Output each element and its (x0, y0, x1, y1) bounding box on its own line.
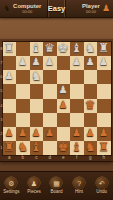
square-c6[interactable]: ♞ (30, 70, 44, 84)
bottom-toolbar: ⚙Settings♟Pieces▦Board?Hint↶Undo (0, 171, 113, 200)
square-d1[interactable] (43, 141, 57, 155)
square-b2[interactable]: ♟ (16, 127, 30, 141)
square-c7[interactable]: ♟ (30, 56, 44, 70)
square-e5[interactable]: ♟ (57, 84, 71, 98)
toolbar-label: Hint (75, 190, 83, 195)
piece-white-pawn[interactable]: ♟ (72, 128, 81, 138)
square-c8[interactable]: ♝ (30, 42, 44, 56)
square-f6[interactable] (70, 70, 84, 84)
difficulty-label: Easy (48, 4, 66, 13)
piece-white-pawn[interactable]: ♟ (32, 128, 41, 138)
square-d7[interactable]: ♟ (43, 56, 57, 70)
pieces-button[interactable]: ♟Pieces (23, 172, 46, 200)
file-label-b: b (16, 156, 30, 161)
undo-icon: ↶ (96, 177, 108, 189)
settings-button[interactable]: ⚙Settings (0, 172, 23, 200)
square-e2[interactable] (57, 127, 71, 141)
square-a3[interactable] (3, 113, 17, 127)
piece-black-pawn[interactable]: ♟ (59, 85, 68, 95)
piece-black-knight[interactable]: ♞ (85, 42, 96, 54)
piece-black-pawn[interactable]: ♟ (5, 71, 14, 81)
piece-black-pawn[interactable]: ♟ (32, 57, 41, 67)
piece-black-pawn[interactable]: ♟ (45, 57, 54, 67)
piece-white-queen[interactable]: ♛ (85, 99, 96, 111)
square-g4[interactable]: ♛ (84, 99, 98, 113)
square-c5[interactable] (30, 84, 44, 98)
square-b5[interactable] (16, 84, 30, 98)
hint-button[interactable]: ?Hint (68, 172, 91, 200)
square-c2[interactable]: ♟ (30, 127, 44, 141)
square-h5[interactable] (97, 84, 111, 98)
square-f7[interactable]: ♟ (70, 56, 84, 70)
square-b7[interactable]: ♟ (16, 56, 30, 70)
toolbar-label: Board (50, 190, 62, 195)
piece-white-bishop[interactable]: ♝ (31, 141, 42, 153)
square-f5[interactable] (70, 84, 84, 98)
square-a8[interactable]: ♜ (3, 42, 17, 56)
top-bar: ♞ Computer 00:00 Easy Player 00:00 ♟ (0, 0, 113, 18)
square-f2[interactable]: ♟ (70, 127, 84, 141)
square-b3[interactable] (16, 113, 30, 127)
square-c1[interactable]: ♝ (30, 141, 44, 155)
rank-label-8: 8 (0, 47, 3, 51)
square-a1[interactable]: ♜ (3, 141, 17, 155)
rank-label-6: 6 (0, 75, 3, 79)
square-a7[interactable] (3, 56, 17, 70)
piece-black-king[interactable]: ♚ (58, 42, 69, 54)
square-h6[interactable] (97, 70, 111, 84)
square-d2[interactable]: ♟ (43, 127, 57, 141)
board-button[interactable]: ▦Board (45, 172, 68, 200)
square-a6[interactable]: ♟ (3, 70, 17, 84)
pawn-icon: ♟ (102, 4, 110, 13)
file-label-f: f (70, 156, 84, 161)
piece-white-knight[interactable]: ♞ (17, 141, 28, 153)
square-g8[interactable]: ♞ (84, 42, 98, 56)
piece-white-rook[interactable]: ♜ (4, 141, 15, 153)
board-frame: ♜♝♛♚♝♞♜♟♟♟♟♟♟♟♞♟♟♛♟♟♟♟♟♟♟♜♞♝♚♝♞♜ 8765432… (0, 38, 113, 162)
square-b1[interactable]: ♞ (16, 141, 30, 155)
file-label-h: h (97, 156, 111, 161)
piece-white-bishop[interactable]: ♝ (71, 141, 82, 153)
board-icon: ▦ (50, 177, 62, 189)
square-e7[interactable] (57, 56, 71, 70)
file-label-e: e (57, 156, 71, 161)
piece-black-rook[interactable]: ♜ (4, 42, 15, 54)
square-h2[interactable]: ♟ (97, 127, 111, 141)
square-f3[interactable] (70, 113, 84, 127)
square-d4[interactable] (43, 99, 57, 113)
square-f1[interactable]: ♝ (70, 141, 84, 155)
player-panel: Player 00:00 ♟ (66, 0, 113, 17)
pawn-icon: ♟ (28, 177, 40, 189)
square-a5[interactable] (3, 84, 17, 98)
rank-label-1: 1 (0, 146, 3, 150)
square-h4[interactable] (97, 99, 111, 113)
rank-label-2: 2 (0, 132, 3, 136)
square-d8[interactable]: ♛ (43, 42, 57, 56)
phone-screen: ♞ Computer 00:00 Easy Player 00:00 ♟ ♜♝♛… (0, 0, 113, 200)
square-d3[interactable] (43, 113, 57, 127)
rank-label-4: 4 (0, 104, 3, 108)
square-e6[interactable] (57, 70, 71, 84)
gear-icon: ⚙ (5, 177, 17, 189)
square-h3[interactable] (97, 113, 111, 127)
rank-label-3: 3 (0, 118, 3, 122)
square-g5[interactable] (84, 84, 98, 98)
piece-black-knight[interactable]: ♞ (31, 70, 42, 82)
square-b4[interactable] (16, 99, 30, 113)
computer-timer: 00:00 (22, 10, 32, 14)
square-d6[interactable] (43, 70, 57, 84)
square-b6[interactable] (16, 70, 30, 84)
piece-black-pawn[interactable]: ♟ (99, 57, 108, 67)
rank-label-7: 7 (0, 61, 3, 65)
piece-white-pawn[interactable]: ♟ (18, 128, 27, 138)
toolbar-label: Undo (96, 190, 107, 195)
square-b8[interactable] (16, 42, 30, 56)
player-timer: 00:00 (86, 10, 96, 14)
square-g7[interactable]: ♟ (84, 56, 98, 70)
piece-black-bishop[interactable]: ♝ (31, 42, 42, 54)
piece-white-pawn[interactable]: ♟ (86, 128, 95, 138)
piece-black-pawn[interactable]: ♟ (72, 57, 81, 67)
toolbar-label: Pieces (27, 190, 41, 195)
square-a2[interactable]: ♟ (3, 127, 17, 141)
hint-icon: ? (73, 177, 85, 189)
square-g6[interactable] (84, 70, 98, 84)
piece-white-knight[interactable]: ♞ (85, 141, 96, 153)
rank-label-5: 5 (0, 89, 3, 93)
piece-black-bishop[interactable]: ♝ (71, 42, 82, 54)
square-d5[interactable] (43, 84, 57, 98)
square-f4[interactable] (70, 99, 84, 113)
piece-white-pawn[interactable]: ♟ (59, 100, 68, 110)
square-e1[interactable]: ♚ (57, 141, 71, 155)
piece-black-queen[interactable]: ♛ (44, 42, 55, 54)
square-h7[interactable]: ♟ (97, 56, 111, 70)
piece-white-pawn[interactable]: ♟ (45, 128, 54, 138)
square-e8[interactable]: ♚ (57, 42, 71, 56)
square-h8[interactable]: ♜ (97, 42, 111, 56)
chess-board[interactable]: ♜♝♛♚♝♞♜♟♟♟♟♟♟♟♞♟♟♛♟♟♟♟♟♟♟♜♞♝♚♝♞♜ (3, 42, 111, 155)
undo-button[interactable]: ↶Undo (90, 172, 113, 200)
piece-black-rook[interactable]: ♜ (98, 42, 109, 54)
file-label-d: d (43, 156, 57, 161)
square-h1[interactable]: ♜ (97, 141, 111, 155)
piece-black-pawn[interactable]: ♟ (18, 57, 27, 67)
square-e3[interactable] (57, 113, 71, 127)
square-c3[interactable] (30, 113, 44, 127)
square-g2[interactable]: ♟ (84, 127, 98, 141)
file-label-a: a (3, 156, 17, 161)
square-e4[interactable]: ♟ (57, 99, 71, 113)
square-g1[interactable]: ♞ (84, 141, 98, 155)
square-f8[interactable]: ♝ (70, 42, 84, 56)
computer-panel: ♞ Computer 00:00 (0, 0, 47, 17)
square-a4[interactable] (3, 99, 17, 113)
toolbar-label: Settings (3, 190, 19, 195)
piece-white-pawn[interactable]: ♟ (5, 128, 14, 138)
piece-white-rook[interactable]: ♜ (98, 141, 109, 153)
square-c4[interactable] (30, 99, 44, 113)
piece-white-pawn[interactable]: ♟ (99, 128, 108, 138)
difficulty-selector[interactable]: Easy (47, 0, 67, 17)
file-label-g: g (84, 156, 98, 161)
file-label-c: c (30, 156, 44, 161)
piece-white-king[interactable]: ♚ (58, 141, 69, 153)
piece-black-pawn[interactable]: ♟ (86, 57, 95, 67)
knight-icon: ♞ (3, 4, 11, 13)
square-g3[interactable] (84, 113, 98, 127)
